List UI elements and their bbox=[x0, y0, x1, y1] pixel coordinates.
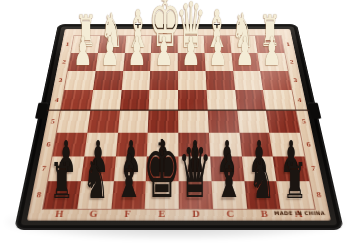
square-b3 bbox=[233, 71, 263, 90]
square-e6 bbox=[147, 133, 178, 157]
file-label-top-A: A bbox=[254, 29, 281, 36]
square-d4 bbox=[178, 90, 207, 111]
square-d6 bbox=[178, 133, 210, 157]
square-d7 bbox=[178, 156, 211, 181]
hinge-right bbox=[308, 103, 322, 119]
square-a1 bbox=[255, 36, 284, 53]
square-a2 bbox=[258, 53, 288, 71]
square-b2 bbox=[231, 53, 260, 71]
file-label-top-G: G bbox=[100, 29, 126, 36]
file-label-bottom-H: H bbox=[41, 209, 77, 221]
file-label-top-B: B bbox=[229, 29, 256, 36]
square-a6 bbox=[269, 133, 304, 157]
square-d2 bbox=[178, 53, 206, 71]
square-e7 bbox=[146, 156, 179, 181]
square-f1 bbox=[124, 36, 151, 53]
square-a8 bbox=[277, 181, 315, 208]
square-f5 bbox=[118, 111, 149, 133]
square-f3 bbox=[121, 71, 150, 90]
square-f2 bbox=[123, 53, 151, 71]
square-d8 bbox=[179, 181, 213, 208]
file-label-bottom-F: F bbox=[110, 209, 145, 221]
square-h8 bbox=[43, 181, 81, 208]
square-g3 bbox=[93, 71, 123, 90]
square-d3 bbox=[178, 71, 207, 90]
square-c5 bbox=[207, 111, 239, 133]
square-d5 bbox=[178, 111, 209, 133]
square-c3 bbox=[205, 71, 234, 90]
file-label-top-E: E bbox=[152, 29, 178, 36]
square-h1 bbox=[71, 36, 100, 53]
square-c1 bbox=[203, 36, 231, 53]
fold-seam bbox=[43, 109, 313, 111]
square-g4 bbox=[90, 90, 121, 111]
square-e5 bbox=[148, 111, 178, 133]
file-labels-top: HGFEDCBA bbox=[74, 29, 281, 36]
square-f4 bbox=[119, 90, 149, 111]
square-h4 bbox=[61, 90, 93, 111]
square-c4 bbox=[206, 90, 236, 111]
square-d1 bbox=[178, 36, 205, 53]
square-g8 bbox=[77, 181, 113, 208]
square-e8 bbox=[145, 181, 179, 208]
square-g2 bbox=[95, 53, 124, 71]
rank-label-right-2: 2 bbox=[284, 53, 299, 71]
square-f7 bbox=[113, 156, 147, 181]
square-h6 bbox=[53, 133, 88, 157]
file-label-bottom-C: C bbox=[213, 209, 248, 221]
file-label-bottom-E: E bbox=[144, 209, 178, 221]
square-c8 bbox=[211, 181, 246, 208]
rank-label-right-1: 1 bbox=[281, 36, 295, 53]
square-b6 bbox=[239, 133, 273, 157]
file-label-top-D: D bbox=[178, 29, 204, 36]
square-f8 bbox=[111, 181, 146, 208]
square-g1 bbox=[98, 36, 126, 53]
square-g5 bbox=[87, 111, 119, 133]
square-b7 bbox=[241, 156, 276, 181]
made-in-china-label: MADE IN CHINA bbox=[273, 210, 325, 216]
square-g7 bbox=[81, 156, 116, 181]
rank-label-right-3: 3 bbox=[288, 71, 303, 90]
square-e1 bbox=[151, 36, 178, 53]
square-a4 bbox=[263, 90, 295, 111]
file-label-top-H: H bbox=[74, 29, 101, 36]
file-label-top-C: C bbox=[203, 29, 229, 36]
chessboard: HGFEDCBA HGFEDCBA 12345678 12345678 MADE… bbox=[14, 24, 344, 230]
square-b5 bbox=[237, 111, 270, 133]
square-e4 bbox=[149, 90, 178, 111]
square-f6 bbox=[116, 133, 148, 157]
file-label-bottom-D: D bbox=[179, 209, 214, 221]
square-e3 bbox=[150, 71, 178, 90]
product-photo-stage: HGFEDCBA HGFEDCBA 12345678 12345678 MADE… bbox=[0, 0, 350, 244]
square-b8 bbox=[244, 181, 281, 208]
square-c2 bbox=[204, 53, 232, 71]
board-grid bbox=[43, 36, 314, 209]
square-b4 bbox=[235, 90, 266, 111]
square-g6 bbox=[84, 133, 118, 157]
file-label-top-F: F bbox=[126, 29, 152, 36]
square-h3 bbox=[64, 71, 95, 90]
square-h5 bbox=[57, 111, 90, 133]
square-a3 bbox=[260, 71, 291, 90]
square-c6 bbox=[209, 133, 242, 157]
square-a5 bbox=[266, 111, 300, 133]
square-b1 bbox=[229, 36, 257, 53]
file-label-bottom-G: G bbox=[75, 209, 111, 221]
square-h2 bbox=[68, 53, 98, 71]
square-c7 bbox=[210, 156, 244, 181]
square-a7 bbox=[273, 156, 309, 181]
square-h7 bbox=[48, 156, 84, 181]
square-e2 bbox=[150, 53, 177, 71]
